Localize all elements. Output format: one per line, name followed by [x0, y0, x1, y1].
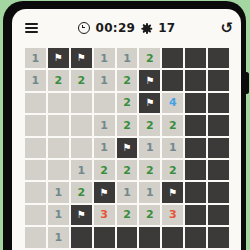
hamburger-bar	[25, 23, 38, 25]
cell-r8c8[interactable]	[185, 205, 206, 225]
cell-r3c6[interactable]: ⚑	[139, 93, 160, 113]
cell-r5c4[interactable]: 1	[94, 138, 115, 158]
cell-r1c6[interactable]: 2	[139, 48, 160, 68]
cell-r1c3[interactable]: ⚑	[71, 48, 92, 68]
cell-r5c9[interactable]	[208, 138, 229, 158]
cell-r4c3[interactable]	[71, 115, 92, 135]
cell-r3c2[interactable]	[48, 93, 69, 113]
flag-icon: ⚑	[77, 53, 86, 63]
cell-r8c6[interactable]: 2	[139, 205, 160, 225]
cell-r3c1[interactable]	[25, 93, 46, 113]
cell-r4c9[interactable]	[208, 115, 229, 135]
cell-r4c4[interactable]: 1	[94, 115, 115, 135]
cell-r6c3[interactable]: 1	[71, 160, 92, 180]
flag-icon: ⚑	[77, 210, 86, 220]
cell-r7c5[interactable]: 1	[117, 182, 138, 202]
cell-r2c2[interactable]: 2	[48, 70, 69, 90]
mine-icon	[141, 23, 152, 34]
cell-r6c5[interactable]: 2	[117, 160, 138, 180]
cell-r7c8[interactable]	[185, 182, 206, 202]
cell-r5c7[interactable]: 1	[162, 138, 183, 158]
cell-r1c1[interactable]: 1	[25, 48, 46, 68]
cell-r3c7[interactable]: 4	[162, 93, 183, 113]
cell-r3c4[interactable]	[94, 93, 115, 113]
cell-r7c1[interactable]	[25, 182, 46, 202]
cell-r6c8[interactable]	[185, 160, 206, 180]
timer-icon	[77, 22, 89, 34]
mine-count: 17	[158, 21, 175, 35]
phone-frame: 00:29 17 ↺ 1⚑⚑11212212⚑2⚑412221⚑11122221…	[3, 1, 246, 250]
cell-r8c9[interactable]	[208, 205, 229, 225]
hamburger-bar	[25, 31, 38, 33]
cell-r1c8[interactable]	[185, 48, 206, 68]
cell-r6c7[interactable]: 2	[162, 160, 183, 180]
cell-r2c8[interactable]	[185, 70, 206, 90]
flag-icon: ⚑	[168, 188, 177, 198]
cell-r9c1[interactable]	[25, 227, 46, 247]
cell-r7c9[interactable]	[208, 182, 229, 202]
cell-r4c6[interactable]: 2	[139, 115, 160, 135]
cell-r4c2[interactable]	[48, 115, 69, 135]
cell-r9c7[interactable]	[162, 227, 183, 247]
restart-button[interactable]: ↺	[220, 17, 233, 39]
cell-r2c3[interactable]: 2	[71, 70, 92, 90]
cell-r9c9[interactable]	[208, 227, 229, 247]
cell-r3c3[interactable]	[71, 93, 92, 113]
timer-value: 00:29	[95, 21, 135, 35]
cell-r9c2[interactable]: 1	[48, 227, 69, 247]
cell-r9c8[interactable]	[185, 227, 206, 247]
hamburger-bar	[25, 27, 38, 29]
cell-r7c4[interactable]: ⚑	[94, 182, 115, 202]
cell-r2c5[interactable]: 2	[117, 70, 138, 90]
flag-icon: ⚑	[54, 53, 63, 63]
cell-r9c3[interactable]	[71, 227, 92, 247]
cell-r1c7[interactable]	[162, 48, 183, 68]
cell-r5c8[interactable]	[185, 138, 206, 158]
cell-r2c1[interactable]: 1	[25, 70, 46, 90]
minesweeper-board: 1⚑⚑11212212⚑2⚑412221⚑111222212⚑11⚑1⚑3223…	[25, 48, 229, 250]
cell-r5c2[interactable]	[48, 138, 69, 158]
cell-r9c5[interactable]	[117, 227, 138, 247]
hamburger-menu-button[interactable]	[25, 23, 38, 33]
cell-r5c5[interactable]: ⚑	[117, 138, 138, 158]
cell-r1c9[interactable]	[208, 48, 229, 68]
cell-r6c1[interactable]	[25, 160, 46, 180]
cell-r8c4[interactable]: 3	[94, 205, 115, 225]
cell-r1c4[interactable]: 1	[94, 48, 115, 68]
flag-icon: ⚑	[145, 76, 154, 86]
flag-icon: ⚑	[100, 188, 109, 198]
cell-r9c6[interactable]	[139, 227, 160, 247]
flag-icon: ⚑	[123, 143, 132, 153]
cell-r5c6[interactable]: 1	[139, 138, 160, 158]
game-hud: 00:29 17	[77, 15, 175, 41]
cell-r4c1[interactable]	[25, 115, 46, 135]
cell-r4c8[interactable]	[185, 115, 206, 135]
cell-r5c1[interactable]	[25, 138, 46, 158]
cell-r2c6[interactable]: ⚑	[139, 70, 160, 90]
cell-r6c4[interactable]: 2	[94, 160, 115, 180]
cell-r8c1[interactable]	[25, 205, 46, 225]
cell-r3c9[interactable]	[208, 93, 229, 113]
cell-r7c7[interactable]: ⚑	[162, 182, 183, 202]
screenshot-canvas: 00:29 17 ↺ 1⚑⚑11212212⚑2⚑412221⚑11122221…	[0, 0, 250, 250]
cell-r1c5[interactable]: 1	[117, 48, 138, 68]
cell-r2c9[interactable]	[208, 70, 229, 90]
cell-r8c3[interactable]: ⚑	[71, 205, 92, 225]
cell-r8c5[interactable]: 2	[117, 205, 138, 225]
cell-r5c3[interactable]	[71, 138, 92, 158]
cell-r8c2[interactable]: 1	[48, 205, 69, 225]
app-screen: 00:29 17 ↺ 1⚑⚑11212212⚑2⚑412221⚑11122221…	[12, 9, 241, 250]
cell-r6c9[interactable]	[208, 160, 229, 180]
cell-r2c4[interactable]: 1	[94, 70, 115, 90]
cell-r7c2[interactable]: 1	[48, 182, 69, 202]
cell-r6c6[interactable]: 2	[139, 160, 160, 180]
cell-r1c2[interactable]: ⚑	[48, 48, 69, 68]
cell-r4c5[interactable]: 2	[117, 115, 138, 135]
cell-r9c4[interactable]	[94, 227, 115, 247]
cell-r7c3[interactable]: 2	[71, 182, 92, 202]
cell-r3c5[interactable]: 2	[117, 93, 138, 113]
cell-r2c7[interactable]	[162, 70, 183, 90]
cell-r6c2[interactable]	[48, 160, 69, 180]
cell-r4c7[interactable]: 2	[162, 115, 183, 135]
cell-r3c8[interactable]	[185, 93, 206, 113]
cell-r8c7[interactable]: 3	[162, 205, 183, 225]
top-bar: 00:29 17 ↺	[12, 15, 241, 41]
flag-icon: ⚑	[145, 98, 154, 108]
cell-r7c6[interactable]: 1	[139, 182, 160, 202]
